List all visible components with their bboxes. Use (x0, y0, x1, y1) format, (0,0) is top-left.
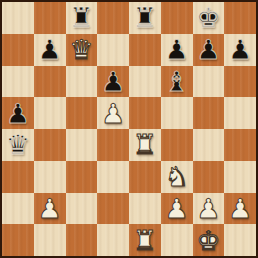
black-rook[interactable]: ♜ (133, 4, 157, 31)
black-queen[interactable]: ♛ (6, 131, 30, 158)
square-a8[interactable] (2, 2, 34, 34)
square-g7[interactable]: ♟ (193, 34, 225, 66)
square-c1[interactable] (66, 224, 98, 256)
square-f2[interactable]: ♟ (161, 193, 193, 225)
square-e5[interactable] (129, 97, 161, 129)
square-h1[interactable] (224, 224, 256, 256)
white-rook[interactable]: ♜ (133, 131, 157, 158)
square-e4[interactable]: ♜ (129, 129, 161, 161)
chess-board-frame: ♜♜♚♟♛♟♟♟♟♝♟♟♛♜♞♟♟♟♟♜♚ (0, 0, 258, 258)
square-h8[interactable] (224, 2, 256, 34)
white-queen[interactable]: ♛ (69, 36, 93, 63)
square-h7[interactable]: ♟ (224, 34, 256, 66)
black-pawn[interactable]: ♟ (165, 36, 189, 63)
black-rook[interactable]: ♜ (69, 4, 93, 31)
black-pawn[interactable]: ♟ (196, 36, 220, 63)
square-a3[interactable] (2, 161, 34, 193)
square-h6[interactable] (224, 66, 256, 98)
square-h5[interactable] (224, 97, 256, 129)
chess-board: ♜♜♚♟♛♟♟♟♟♝♟♟♛♜♞♟♟♟♟♜♚ (2, 2, 256, 256)
square-c7[interactable]: ♛ (66, 34, 98, 66)
square-a1[interactable] (2, 224, 34, 256)
square-e3[interactable] (129, 161, 161, 193)
square-g6[interactable] (193, 66, 225, 98)
black-pawn[interactable]: ♟ (38, 36, 62, 63)
black-pawn[interactable]: ♟ (228, 36, 252, 63)
square-f6[interactable]: ♝ (161, 66, 193, 98)
white-rook[interactable]: ♜ (133, 227, 157, 254)
white-king[interactable]: ♚ (196, 227, 220, 254)
square-b6[interactable] (34, 66, 66, 98)
white-pawn[interactable]: ♟ (165, 195, 189, 222)
black-pawn[interactable]: ♟ (101, 68, 125, 95)
square-d8[interactable] (97, 2, 129, 34)
square-a2[interactable] (2, 193, 34, 225)
white-pawn[interactable]: ♟ (38, 195, 62, 222)
square-e6[interactable] (129, 66, 161, 98)
black-pawn[interactable]: ♟ (6, 100, 30, 127)
square-b4[interactable] (34, 129, 66, 161)
square-h4[interactable] (224, 129, 256, 161)
square-d7[interactable] (97, 34, 129, 66)
white-knight[interactable]: ♞ (165, 163, 189, 190)
black-bishop[interactable]: ♝ (165, 68, 189, 95)
square-d6[interactable]: ♟ (97, 66, 129, 98)
square-d2[interactable] (97, 193, 129, 225)
square-a5[interactable]: ♟ (2, 97, 34, 129)
square-c5[interactable] (66, 97, 98, 129)
square-c8[interactable]: ♜ (66, 2, 98, 34)
square-b1[interactable] (34, 224, 66, 256)
square-f3[interactable]: ♞ (161, 161, 193, 193)
square-h2[interactable]: ♟ (224, 193, 256, 225)
square-d4[interactable] (97, 129, 129, 161)
white-pawn[interactable]: ♟ (101, 100, 125, 127)
square-d3[interactable] (97, 161, 129, 193)
square-e1[interactable]: ♜ (129, 224, 161, 256)
square-g1[interactable]: ♚ (193, 224, 225, 256)
square-g4[interactable] (193, 129, 225, 161)
square-f8[interactable] (161, 2, 193, 34)
black-king[interactable]: ♚ (196, 4, 220, 31)
square-f7[interactable]: ♟ (161, 34, 193, 66)
square-e7[interactable] (129, 34, 161, 66)
square-e2[interactable] (129, 193, 161, 225)
square-a6[interactable] (2, 66, 34, 98)
square-g3[interactable] (193, 161, 225, 193)
square-c2[interactable] (66, 193, 98, 225)
square-d5[interactable]: ♟ (97, 97, 129, 129)
square-h3[interactable] (224, 161, 256, 193)
square-b7[interactable]: ♟ (34, 34, 66, 66)
square-b2[interactable]: ♟ (34, 193, 66, 225)
square-g8[interactable]: ♚ (193, 2, 225, 34)
square-e8[interactable]: ♜ (129, 2, 161, 34)
square-f5[interactable] (161, 97, 193, 129)
square-f1[interactable] (161, 224, 193, 256)
square-c3[interactable] (66, 161, 98, 193)
square-f4[interactable] (161, 129, 193, 161)
square-b3[interactable] (34, 161, 66, 193)
square-b5[interactable] (34, 97, 66, 129)
square-g2[interactable]: ♟ (193, 193, 225, 225)
square-c4[interactable] (66, 129, 98, 161)
square-g5[interactable] (193, 97, 225, 129)
square-b8[interactable] (34, 2, 66, 34)
square-d1[interactable] (97, 224, 129, 256)
square-a4[interactable]: ♛ (2, 129, 34, 161)
square-c6[interactable] (66, 66, 98, 98)
square-a7[interactable] (2, 34, 34, 66)
white-pawn[interactable]: ♟ (228, 195, 252, 222)
white-pawn[interactable]: ♟ (196, 195, 220, 222)
